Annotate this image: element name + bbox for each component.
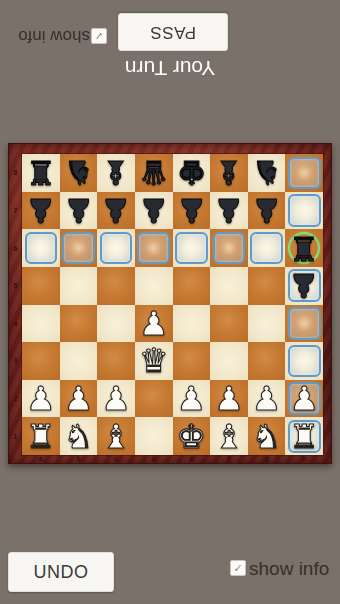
black-pawn-h5[interactable]: ♟: [289, 269, 319, 302]
white-rook-h1[interactable]: ♜: [289, 420, 319, 453]
move-highlight-d6: [137, 232, 170, 265]
square-f2[interactable]: ♟: [210, 380, 248, 418]
square-g4[interactable]: [248, 305, 286, 343]
square-g6[interactable]: [248, 229, 286, 267]
move-highlight-h8: [288, 157, 321, 190]
square-g5[interactable]: [248, 267, 286, 305]
square-e3[interactable]: [173, 342, 211, 380]
chess-app-screen: show info ✓ PASS Your Turn 87654321 ♜♞♝♛…: [0, 0, 340, 604]
white-pawn-e2[interactable]: ♟: [177, 382, 207, 415]
rank-labels: 87654321: [9, 154, 22, 455]
square-e8[interactable]: ♚: [173, 154, 211, 192]
square-e5[interactable]: [173, 267, 211, 305]
move-highlight-h3: [288, 345, 321, 378]
white-pawn-h2[interactable]: ♟: [289, 382, 319, 415]
white-pawn-d4[interactable]: ♟: [139, 307, 169, 340]
square-a5[interactable]: [22, 267, 60, 305]
rank-label-6: 6: [9, 229, 22, 267]
square-d5[interactable]: [135, 267, 173, 305]
player-show-info-checkbox[interactable]: ✓: [230, 560, 246, 576]
rank-label-4: 4: [9, 305, 22, 343]
black-pawn-c7[interactable]: ♟: [101, 194, 131, 227]
square-a8[interactable]: ♜: [22, 154, 60, 192]
checkmark-icon: ✓: [233, 562, 242, 575]
opponent-show-info-checkbox[interactable]: ✓: [91, 28, 107, 44]
chess-board: 87654321 ♜♞♝♛♚♝♞♟♟♟♟♟♟♟♜♟♟♛♟♟♟♟♟♟♟♜♞♝♚♝♞…: [8, 143, 332, 464]
black-pawn-f7[interactable]: ♟: [214, 194, 244, 227]
black-knight-b8[interactable]: ♞: [64, 156, 94, 189]
square-c4[interactable]: [97, 305, 135, 343]
move-highlight-h7: [288, 194, 321, 227]
square-h3[interactable]: [285, 342, 323, 380]
player-show-info-label: show info: [249, 558, 329, 580]
square-d6[interactable]: [135, 229, 173, 267]
square-h7[interactable]: [285, 192, 323, 230]
black-pawn-d7[interactable]: ♟: [139, 194, 169, 227]
black-bishop-f8[interactable]: ♝: [214, 156, 244, 189]
square-a7[interactable]: ♟: [22, 192, 60, 230]
black-rook-a8[interactable]: ♜: [26, 156, 56, 189]
move-highlight-b6: [62, 232, 95, 265]
square-f4[interactable]: [210, 305, 248, 343]
square-f5[interactable]: [210, 267, 248, 305]
square-d1[interactable]: [135, 417, 173, 455]
white-pawn-b2[interactable]: ♟: [64, 382, 94, 415]
rank-label-1: 1: [9, 417, 22, 455]
white-king-e1[interactable]: ♚: [177, 420, 207, 453]
rank-label-3: 3: [9, 342, 22, 380]
white-pawn-f2[interactable]: ♟: [214, 382, 244, 415]
square-h2[interactable]: ♟: [285, 380, 323, 418]
black-king-e8[interactable]: ♚: [177, 156, 207, 189]
white-pawn-a2[interactable]: ♟: [26, 382, 56, 415]
square-g3[interactable]: [248, 342, 286, 380]
square-e2[interactable]: ♟: [173, 380, 211, 418]
square-g7[interactable]: ♟: [248, 192, 286, 230]
square-d3[interactable]: ♛: [135, 342, 173, 380]
square-g8[interactable]: ♞: [248, 154, 286, 192]
square-c8[interactable]: ♝: [97, 154, 135, 192]
square-a6[interactable]: [22, 229, 60, 267]
square-a3[interactable]: [22, 342, 60, 380]
black-queen-d8[interactable]: ♛: [139, 156, 169, 189]
square-b5[interactable]: [60, 267, 98, 305]
square-h5[interactable]: ♟: [285, 267, 323, 305]
square-f1[interactable]: ♝: [210, 417, 248, 455]
square-b1[interactable]: ♞: [60, 417, 98, 455]
square-e4[interactable]: [173, 305, 211, 343]
square-d8[interactable]: ♛: [135, 154, 173, 192]
square-b2[interactable]: ♟: [60, 380, 98, 418]
black-bishop-c8[interactable]: ♝: [101, 156, 131, 189]
square-h1[interactable]: ♜: [285, 417, 323, 455]
move-highlight-e6: [175, 232, 208, 265]
black-pawn-e7[interactable]: ♟: [177, 194, 207, 227]
square-e1[interactable]: ♚: [173, 417, 211, 455]
move-highlight-a6: [25, 232, 58, 265]
square-f7[interactable]: ♟: [210, 192, 248, 230]
square-c3[interactable]: [97, 342, 135, 380]
black-rook-h6[interactable]: ♜: [289, 232, 319, 265]
turn-indicator-label: Your Turn: [0, 56, 340, 80]
white-rook-a1[interactable]: ♜: [26, 420, 56, 453]
board-grid[interactable]: ♜♞♝♛♚♝♞♟♟♟♟♟♟♟♜♟♟♛♟♟♟♟♟♟♟♜♞♝♚♝♞♜: [22, 154, 323, 455]
white-knight-b1[interactable]: ♞: [64, 420, 94, 453]
opponent-show-info-label: show info: [10, 26, 90, 46]
square-f8[interactable]: ♝: [210, 154, 248, 192]
move-highlight-f6: [213, 232, 246, 265]
square-d4[interactable]: ♟: [135, 305, 173, 343]
square-e7[interactable]: ♟: [173, 192, 211, 230]
rank-label-2: 2: [9, 380, 22, 418]
square-a2[interactable]: ♟: [22, 380, 60, 418]
white-bishop-c1[interactable]: ♝: [101, 420, 131, 453]
black-pawn-b7[interactable]: ♟: [64, 194, 94, 227]
square-b8[interactable]: ♞: [60, 154, 98, 192]
square-c6[interactable]: [97, 229, 135, 267]
square-h8[interactable]: [285, 154, 323, 192]
black-knight-g8[interactable]: ♞: [252, 156, 282, 189]
black-pawn-g7[interactable]: ♟: [252, 194, 282, 227]
square-c1[interactable]: ♝: [97, 417, 135, 455]
square-a1[interactable]: ♜: [22, 417, 60, 455]
square-c7[interactable]: ♟: [97, 192, 135, 230]
square-g2[interactable]: ♟: [248, 380, 286, 418]
white-queen-d3[interactable]: ♛: [139, 344, 169, 377]
square-a4[interactable]: [22, 305, 60, 343]
square-f3[interactable]: [210, 342, 248, 380]
square-f6[interactable]: [210, 229, 248, 267]
square-b3[interactable]: [60, 342, 98, 380]
move-highlight-h4: [288, 307, 321, 340]
white-bishop-f1[interactable]: ♝: [214, 420, 244, 453]
white-pawn-g2[interactable]: ♟: [252, 382, 282, 415]
square-h4[interactable]: [285, 305, 323, 343]
square-e6[interactable]: [173, 229, 211, 267]
black-pawn-a7[interactable]: ♟: [26, 194, 56, 227]
square-h6[interactable]: ♜: [285, 229, 323, 267]
square-c2[interactable]: ♟: [97, 380, 135, 418]
square-c5[interactable]: [97, 267, 135, 305]
move-highlight-c6: [100, 232, 133, 265]
checkmark-icon: ✓: [94, 30, 103, 43]
square-b7[interactable]: ♟: [60, 192, 98, 230]
square-g1[interactable]: ♞: [248, 417, 286, 455]
white-pawn-c2[interactable]: ♟: [101, 382, 131, 415]
undo-button[interactable]: UNDO: [8, 552, 114, 592]
pass-button[interactable]: PASS: [118, 13, 228, 51]
square-d7[interactable]: ♟: [135, 192, 173, 230]
white-knight-g1[interactable]: ♞: [252, 420, 282, 453]
square-b6[interactable]: [60, 229, 98, 267]
square-d2[interactable]: [135, 380, 173, 418]
rank-label-8: 8: [9, 154, 22, 192]
rank-label-7: 7: [9, 192, 22, 230]
file-label-d: d: [135, 453, 173, 463]
square-b4[interactable]: [60, 305, 98, 343]
rank-label-5: 5: [9, 267, 22, 305]
move-highlight-g6: [250, 232, 283, 265]
